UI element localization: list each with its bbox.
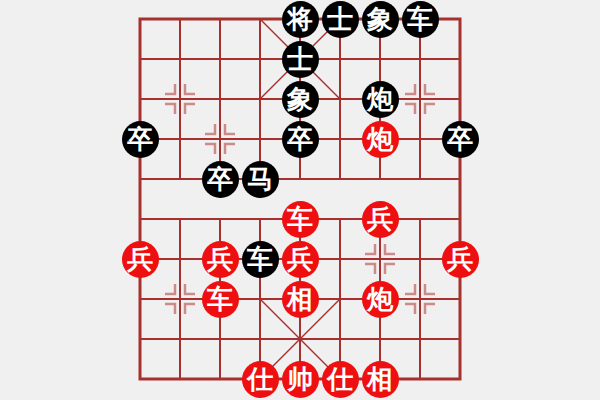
piece-red-soldier[interactable]: 兵: [442, 241, 479, 278]
piece-red-chariot[interactable]: 车: [202, 281, 239, 318]
piece-red-elephant[interactable]: 相: [282, 281, 319, 318]
piece-red-soldier[interactable]: 兵: [362, 201, 399, 238]
piece-red-elephant[interactable]: 相: [362, 361, 399, 398]
piece-black-chariot[interactable]: 车: [402, 1, 439, 38]
piece-red-soldier[interactable]: 兵: [122, 241, 159, 278]
piece-red-soldier[interactable]: 兵: [202, 241, 239, 278]
piece-black-chariot[interactable]: 车: [242, 241, 279, 278]
piece-black-general[interactable]: 将: [282, 1, 319, 38]
piece-red-advisor[interactable]: 仕: [322, 361, 359, 398]
piece-black-advisor[interactable]: 士: [282, 41, 319, 78]
piece-red-cannon[interactable]: 炮: [362, 281, 399, 318]
piece-black-soldier[interactable]: 卒: [282, 121, 319, 158]
piece-black-cannon[interactable]: 炮: [362, 81, 399, 118]
piece-red-chariot[interactable]: 车: [282, 201, 319, 238]
piece-black-soldier[interactable]: 卒: [122, 121, 159, 158]
piece-black-horse[interactable]: 马: [242, 161, 279, 198]
app-canvas: 将士象车士象炮卒卒卒卒马车炮车兵兵兵兵兵车相炮仕帅仕相: [0, 0, 600, 400]
piece-black-advisor[interactable]: 士: [322, 1, 359, 38]
piece-black-soldier[interactable]: 卒: [202, 161, 239, 198]
piece-black-soldier[interactable]: 卒: [442, 121, 479, 158]
piece-red-cannon[interactable]: 炮: [362, 121, 399, 158]
piece-red-advisor[interactable]: 仕: [242, 361, 279, 398]
piece-grid: 将士象车士象炮卒卒卒卒马车炮车兵兵兵兵兵车相炮仕帅仕相: [120, 0, 480, 399]
piece-black-elephant[interactable]: 象: [362, 1, 399, 38]
piece-red-soldier[interactable]: 兵: [282, 241, 319, 278]
piece-black-elephant[interactable]: 象: [282, 81, 319, 118]
piece-red-general[interactable]: 帅: [282, 361, 319, 398]
